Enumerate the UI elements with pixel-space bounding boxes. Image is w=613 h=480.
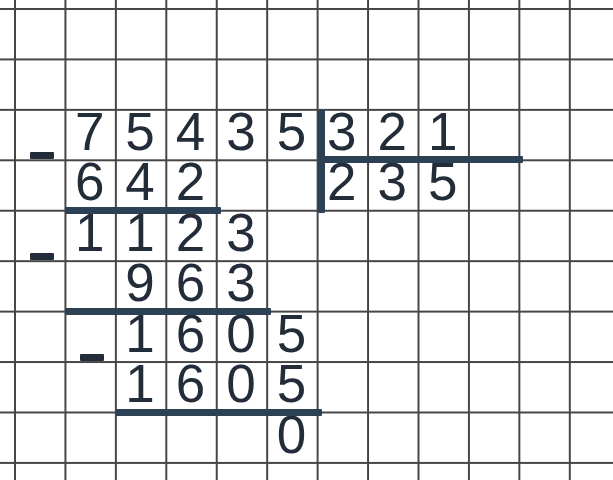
underline-642: [65, 207, 220, 214]
graph-paper: 754353216422351123963160516050: [0, 0, 613, 480]
minus-sign: [30, 152, 54, 159]
division-bracket-horizontal: [318, 156, 524, 163]
underline-1605: [116, 409, 322, 416]
minus-sign: [80, 354, 104, 361]
underline-963: [65, 308, 271, 315]
division-marks-layer: [0, 0, 613, 480]
minus-sign: [30, 253, 54, 260]
